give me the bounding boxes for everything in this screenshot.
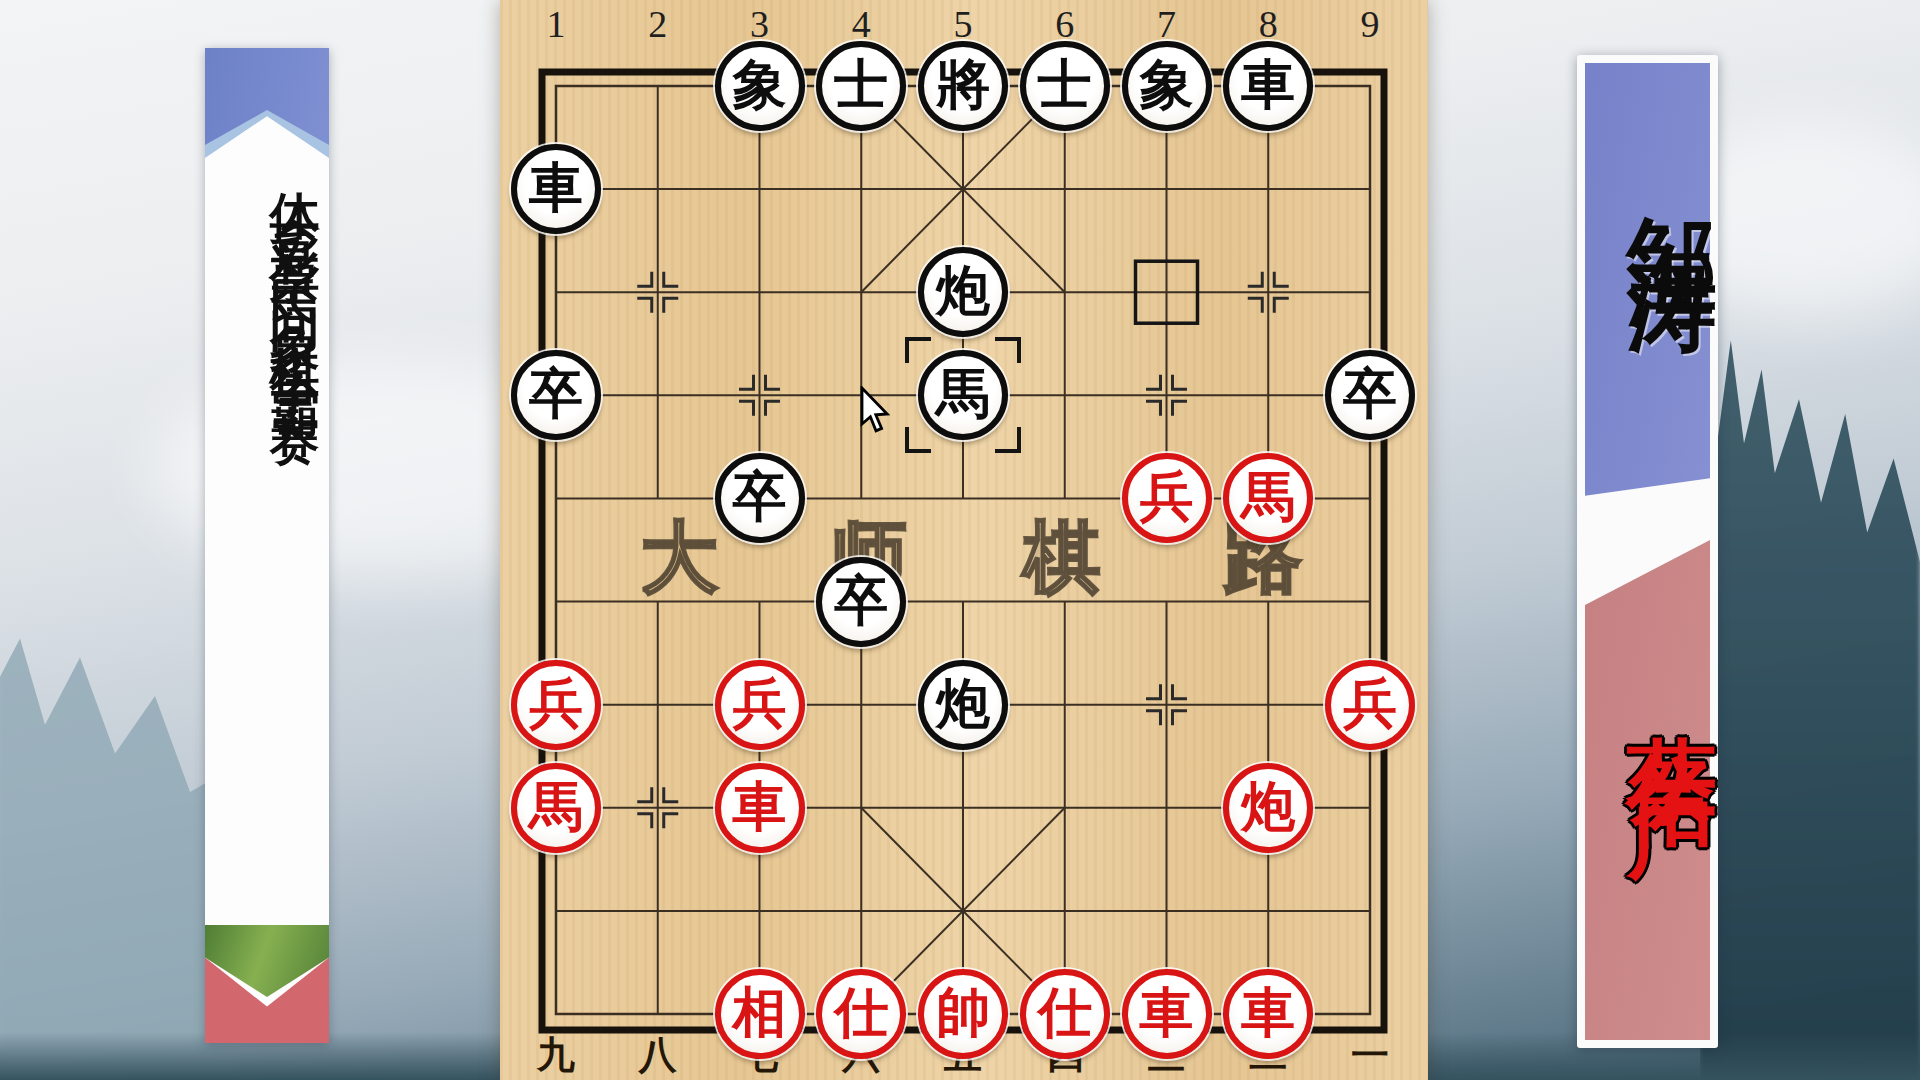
- players-banner: 邹海涛 蔡佑广: [1577, 55, 1718, 1048]
- file-label-8: 8: [1246, 2, 1290, 46]
- piece-glyph: 炮: [1241, 780, 1295, 834]
- piece-black-cannon[interactable]: 炮: [918, 660, 1008, 750]
- piece-red-chariot[interactable]: 車: [715, 763, 805, 853]
- piece-glyph: 車: [529, 161, 583, 215]
- piece-black-elephant[interactable]: 象: [715, 41, 805, 131]
- piece-glyph: 帥: [936, 986, 990, 1040]
- piece-black-cannon[interactable]: 炮: [918, 247, 1008, 337]
- red-player-name: 蔡佑广: [1577, 663, 1718, 741]
- piece-glyph: 兵: [1343, 677, 1397, 731]
- piece-glyph: 卒: [529, 367, 583, 421]
- piece-glyph: 仕: [834, 986, 888, 1040]
- piece-glyph: 馬: [936, 367, 990, 421]
- piece-glyph: 炮: [936, 264, 990, 318]
- piece-black-king[interactable]: 將: [918, 41, 1008, 131]
- file-label-2: 2: [636, 2, 680, 46]
- file-label-6: 6: [1043, 2, 1087, 46]
- piece-red-chariot[interactable]: 車: [1122, 969, 1212, 1059]
- piece-glyph: 卒: [733, 470, 787, 524]
- file-label-3: 3: [738, 2, 782, 46]
- piece-black-chariot[interactable]: 車: [1223, 41, 1313, 131]
- file-label-9: 9: [1348, 2, 1392, 46]
- piece-black-horse[interactable]: 馬: [918, 350, 1008, 440]
- river-watermark-char: 大: [634, 506, 724, 611]
- piece-black-chariot[interactable]: 車: [511, 144, 601, 234]
- piece-red-elephant[interactable]: 相: [715, 969, 805, 1059]
- piece-black-advisor[interactable]: 士: [1020, 41, 1110, 131]
- piece-black-advisor[interactable]: 士: [816, 41, 906, 131]
- rank-label-1: 九: [526, 1030, 586, 1080]
- piece-glyph: 卒: [1343, 367, 1397, 421]
- piece-red-cannon[interactable]: 炮: [1223, 763, 1313, 853]
- piece-glyph: 車: [1140, 986, 1194, 1040]
- piece-red-advisor[interactable]: 仕: [1020, 969, 1110, 1059]
- mouse-cursor: [860, 386, 894, 436]
- black-player-name: 邹海涛: [1577, 143, 1718, 221]
- piece-glyph: 車: [1241, 58, 1295, 112]
- tournament-title: 体育彩票民间象棋争霸赛: [205, 152, 329, 394]
- piece-red-chariot[interactable]: 車: [1223, 969, 1313, 1059]
- piece-glyph: 車: [1241, 986, 1295, 1040]
- piece-red-horse[interactable]: 馬: [511, 763, 601, 853]
- piece-glyph: 車: [733, 780, 787, 834]
- piece-red-soldier[interactable]: 兵: [715, 660, 805, 750]
- piece-black-elephant[interactable]: 象: [1122, 41, 1212, 131]
- app-canvas: 123456789 九八七六五四三二一 大师棋路 象士將士象車車炮卒馬卒卒兵馬卒…: [0, 0, 1920, 1080]
- piece-red-soldier[interactable]: 兵: [511, 660, 601, 750]
- piece-red-king[interactable]: 帥: [918, 969, 1008, 1059]
- piece-glyph: 兵: [1140, 470, 1194, 524]
- file-label-4: 4: [839, 2, 883, 46]
- piece-glyph: 馬: [1241, 470, 1295, 524]
- rank-label-9: 一: [1340, 1030, 1400, 1080]
- red-player-panel: [1585, 540, 1710, 1040]
- banner-chevron-blue: [205, 48, 329, 145]
- river-watermark-char: 棋: [1017, 506, 1107, 611]
- piece-glyph: 象: [1140, 58, 1194, 112]
- piece-red-advisor[interactable]: 仕: [816, 969, 906, 1059]
- black-player-panel: [1585, 63, 1710, 500]
- piece-glyph: 馬: [529, 780, 583, 834]
- piece-glyph: 象: [733, 58, 787, 112]
- piece-black-soldier[interactable]: 卒: [511, 350, 601, 440]
- xiangqi-board[interactable]: 123456789 九八七六五四三二一 大师棋路 象士將士象車車炮卒馬卒卒兵馬卒…: [500, 0, 1428, 1080]
- piece-glyph: 士: [834, 58, 888, 112]
- piece-glyph: 士: [1038, 58, 1092, 112]
- piece-black-soldier[interactable]: 卒: [715, 453, 805, 543]
- file-label-5: 5: [941, 2, 985, 46]
- piece-glyph: 將: [936, 58, 990, 112]
- piece-glyph: 相: [733, 986, 787, 1040]
- piece-black-soldier[interactable]: 卒: [816, 557, 906, 647]
- piece-glyph: 仕: [1038, 986, 1092, 1040]
- piece-glyph: 炮: [936, 677, 990, 731]
- piece-glyph: 卒: [834, 574, 888, 628]
- piece-glyph: 兵: [529, 677, 583, 731]
- file-label-7: 7: [1145, 2, 1189, 46]
- piece-black-soldier[interactable]: 卒: [1325, 350, 1415, 440]
- piece-red-soldier[interactable]: 兵: [1325, 660, 1415, 750]
- file-label-1: 1: [534, 2, 578, 46]
- tournament-banner: 体育彩票民间象棋争霸赛: [205, 48, 329, 1043]
- piece-red-soldier[interactable]: 兵: [1122, 453, 1212, 543]
- piece-glyph: 兵: [733, 677, 787, 731]
- rank-label-2: 八: [628, 1030, 688, 1080]
